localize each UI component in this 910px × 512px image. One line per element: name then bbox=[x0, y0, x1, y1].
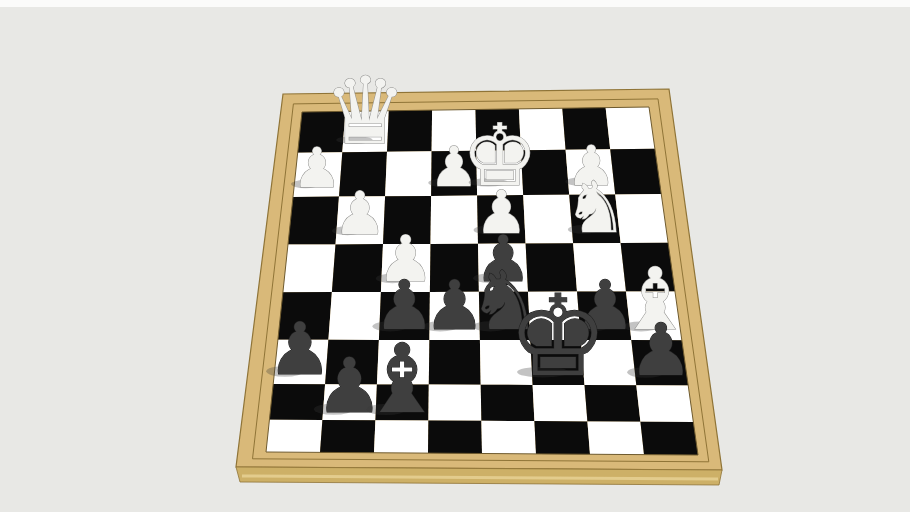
square-b8 bbox=[587, 421, 644, 454]
black-pawn-a6: ♟ bbox=[629, 308, 694, 392]
white-knight-b3: ♞ bbox=[564, 166, 628, 249]
black-bishop-f7: ♝ bbox=[359, 324, 444, 434]
square-h8 bbox=[266, 420, 322, 453]
viewport-top-strip bbox=[0, 0, 910, 7]
square-a8 bbox=[640, 422, 698, 455]
3d-viewer-canvas[interactable]: ♛♟♟♚♟♟♟♞♟♟♟♟♞♟♝♟♚♟♟♝ bbox=[0, 0, 910, 512]
square-c8 bbox=[534, 421, 590, 454]
square-h3 bbox=[288, 197, 339, 245]
square-d8 bbox=[481, 421, 536, 454]
chessboard-3d-scene: ♛♟♟♚♟♟♟♞♟♟♟♟♞♟♝♟♚♟♟♝ bbox=[0, 0, 910, 512]
square-h4 bbox=[283, 244, 336, 292]
black-king-c6: ♚ bbox=[508, 271, 608, 401]
